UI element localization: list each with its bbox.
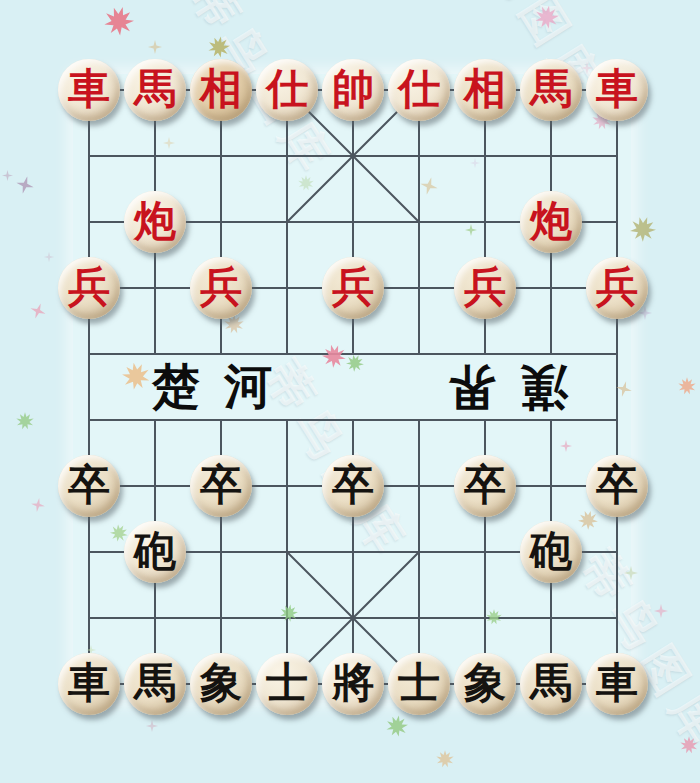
piece-character: 馬: [134, 68, 176, 110]
piece-black-4-9[interactable]: 將: [322, 653, 384, 715]
piece-red-6-3[interactable]: 兵: [454, 257, 516, 319]
piece-red-0-0[interactable]: 車: [58, 59, 120, 121]
piece-black-8-9[interactable]: 車: [586, 653, 648, 715]
piece-black-5-9[interactable]: 士: [388, 653, 450, 715]
piece-black-7-9[interactable]: 馬: [520, 653, 582, 715]
piece-character: 炮: [530, 200, 572, 242]
piece-character: 兵: [68, 266, 110, 308]
piece-character: 馬: [530, 662, 572, 704]
xiangqi-app: 蒂鸟图库蒂鸟图库蒂鸟图库蒂鸟图库蒂鸟图库 楚河 漢界 車馬相仕帥仕相馬車炮炮兵兵…: [0, 0, 700, 783]
piece-black-0-9[interactable]: 車: [58, 653, 120, 715]
piece-red-6-0[interactable]: 相: [454, 59, 516, 121]
piece-character: 仕: [398, 68, 440, 110]
piece-red-2-0[interactable]: 相: [190, 59, 252, 121]
piece-black-1-7[interactable]: 砲: [124, 521, 186, 583]
piece-black-4-6[interactable]: 卒: [322, 455, 384, 517]
piece-character: 兵: [596, 266, 638, 308]
piece-character: 車: [68, 68, 110, 110]
piece-character: 帥: [332, 68, 374, 110]
piece-character: 炮: [134, 200, 176, 242]
piece-character: 砲: [134, 530, 176, 572]
piece-character: 卒: [332, 464, 374, 506]
piece-black-6-6[interactable]: 卒: [454, 455, 516, 517]
piece-red-7-2[interactable]: 炮: [520, 191, 582, 253]
piece-character: 卒: [596, 464, 638, 506]
piece-character: 象: [200, 662, 242, 704]
piece-black-0-6[interactable]: 卒: [58, 455, 120, 517]
piece-character: 卒: [68, 464, 110, 506]
piece-character: 相: [464, 68, 506, 110]
piece-red-2-3[interactable]: 兵: [190, 257, 252, 319]
piece-character: 車: [596, 68, 638, 110]
piece-character: 象: [464, 662, 506, 704]
pieces-layer: 車馬相仕帥仕相馬車炮炮兵兵兵兵兵卒卒卒卒卒砲砲車馬象士將士象馬車: [0, 0, 700, 783]
piece-black-7-7[interactable]: 砲: [520, 521, 582, 583]
piece-red-3-0[interactable]: 仕: [256, 59, 318, 121]
piece-red-4-0[interactable]: 帥: [322, 59, 384, 121]
piece-black-6-9[interactable]: 象: [454, 653, 516, 715]
piece-character: 士: [266, 662, 308, 704]
piece-red-4-3[interactable]: 兵: [322, 257, 384, 319]
piece-red-8-3[interactable]: 兵: [586, 257, 648, 319]
piece-red-7-0[interactable]: 馬: [520, 59, 582, 121]
piece-character: 兵: [464, 266, 506, 308]
piece-character: 車: [68, 662, 110, 704]
piece-red-1-2[interactable]: 炮: [124, 191, 186, 253]
piece-character: 馬: [134, 662, 176, 704]
piece-red-0-3[interactable]: 兵: [58, 257, 120, 319]
piece-character: 兵: [332, 266, 374, 308]
piece-character: 相: [200, 68, 242, 110]
piece-red-5-0[interactable]: 仕: [388, 59, 450, 121]
piece-character: 卒: [464, 464, 506, 506]
piece-character: 卒: [200, 464, 242, 506]
piece-black-3-9[interactable]: 士: [256, 653, 318, 715]
piece-red-1-0[interactable]: 馬: [124, 59, 186, 121]
piece-character: 馬: [530, 68, 572, 110]
piece-character: 車: [596, 662, 638, 704]
piece-character: 兵: [200, 266, 242, 308]
piece-red-8-0[interactable]: 車: [586, 59, 648, 121]
piece-character: 砲: [530, 530, 572, 572]
piece-black-2-9[interactable]: 象: [190, 653, 252, 715]
piece-black-8-6[interactable]: 卒: [586, 455, 648, 517]
piece-black-2-6[interactable]: 卒: [190, 455, 252, 517]
piece-character: 將: [332, 662, 374, 704]
piece-character: 士: [398, 662, 440, 704]
piece-character: 仕: [266, 68, 308, 110]
piece-black-1-9[interactable]: 馬: [124, 653, 186, 715]
